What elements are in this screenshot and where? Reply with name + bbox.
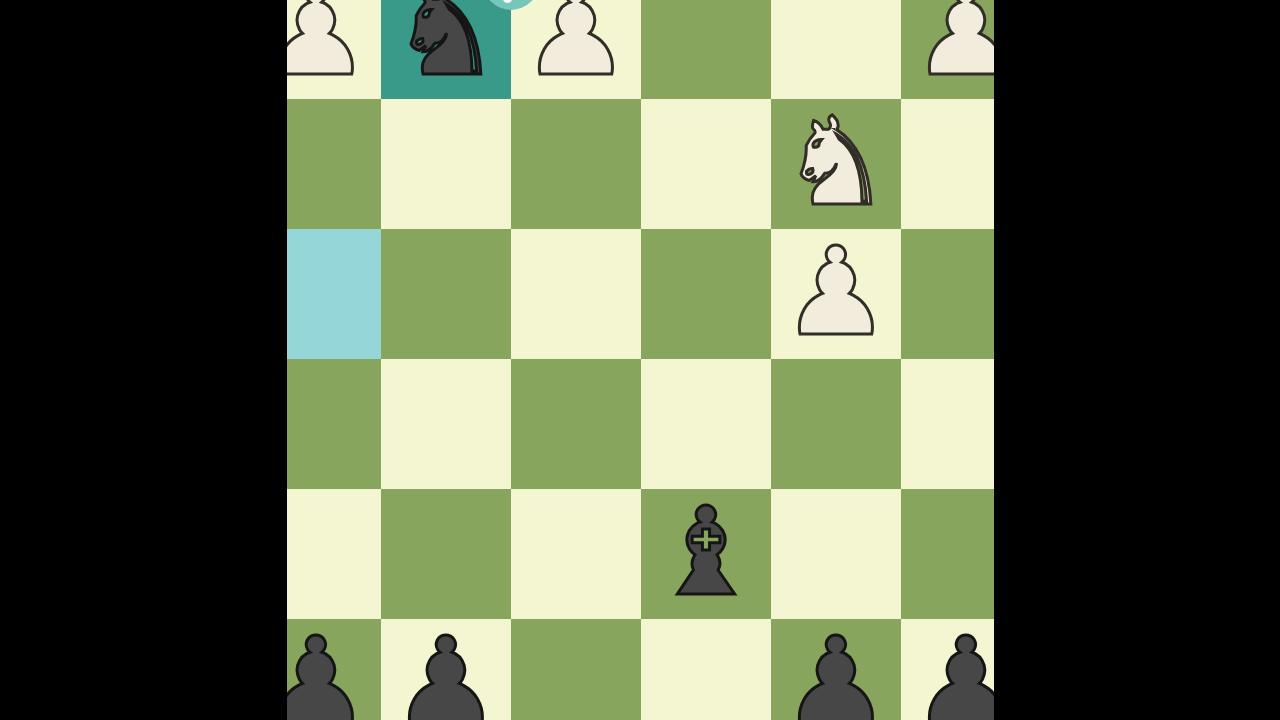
letterbox-left [0,0,287,720]
piece-black-pawn-g7[interactable]: ♟ [287,621,371,720]
chess-board: ♟♞♟♟♞♟♝♟♟♟♟ [287,0,994,720]
square-c2[interactable] [771,0,901,99]
square-b2[interactable]: ♟ [901,0,994,99]
piece-black-pawn-b7[interactable]: ♟ [911,621,994,720]
square-d2[interactable] [641,0,771,99]
square-d5[interactable] [641,359,771,489]
piece-black-bishop-d6[interactable]: ♝ [651,491,760,613]
square-e3[interactable] [511,99,641,229]
piece-white-pawn-c4[interactable]: ♟ [781,231,890,353]
square-b3[interactable] [901,99,994,229]
piece-black-pawn-c7[interactable]: ♟ [781,621,890,720]
square-f7[interactable]: ♟ [381,619,511,720]
square-c5[interactable] [771,359,901,489]
square-e7[interactable] [511,619,641,720]
square-c4[interactable]: ♟ [771,229,901,359]
square-d7[interactable] [641,619,771,720]
square-f4[interactable] [381,229,511,359]
square-g2[interactable]: ♟ [287,0,381,99]
piece-black-knight-f2[interactable]: ♞ [391,0,500,93]
square-b7[interactable]: ♟ [901,619,994,720]
square-g3[interactable] [287,99,381,229]
letterbox-right [994,0,1280,720]
square-e5[interactable] [511,359,641,489]
chess-board-viewport: ♟♞♟♟♞♟♝♟♟♟♟ [287,0,994,720]
square-c7[interactable]: ♟ [771,619,901,720]
square-g7[interactable]: ♟ [287,619,381,720]
square-e2[interactable]: ♟ [511,0,641,99]
piece-white-knight-c3[interactable]: ♞ [781,101,890,223]
square-b6[interactable] [901,489,994,619]
square-c3[interactable]: ♞ [771,99,901,229]
square-c6[interactable] [771,489,901,619]
square-f3[interactable] [381,99,511,229]
square-b4[interactable] [901,229,994,359]
square-f5[interactable] [381,359,511,489]
square-e6[interactable] [511,489,641,619]
piece-white-pawn-b2[interactable]: ♟ [911,0,994,93]
piece-white-pawn-e2[interactable]: ♟ [521,0,630,93]
square-g4[interactable] [287,229,381,359]
square-g6[interactable] [287,489,381,619]
square-b5[interactable] [901,359,994,489]
square-d4[interactable] [641,229,771,359]
square-d6[interactable]: ♝ [641,489,771,619]
piece-white-pawn-g2[interactable]: ♟ [287,0,371,93]
square-d3[interactable] [641,99,771,229]
square-g5[interactable] [287,359,381,489]
square-e4[interactable] [511,229,641,359]
video-frame: ♟♞♟♟♞♟♝♟♟♟♟ [0,0,1280,720]
square-f2[interactable]: ♞ [381,0,511,99]
badge-inner-dot [503,0,512,3]
square-f6[interactable] [381,489,511,619]
piece-black-pawn-f7[interactable]: ♟ [391,621,500,720]
